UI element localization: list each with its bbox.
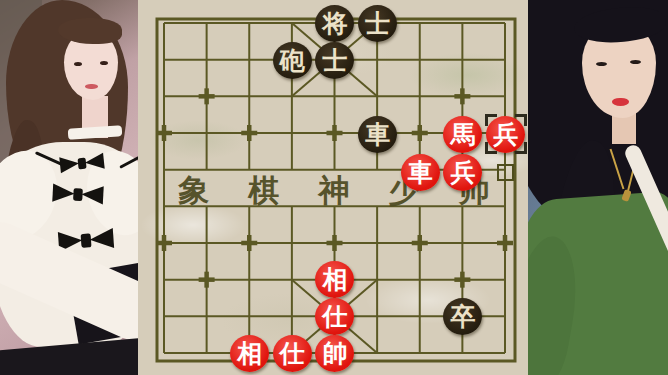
right-girl-eye: [596, 62, 607, 66]
piece[interactable]: 兵: [443, 154, 482, 191]
piece[interactable]: 車: [401, 154, 440, 191]
piece[interactable]: 仕: [273, 335, 312, 372]
piece[interactable]: 士: [315, 42, 354, 79]
left-streamer-photo: [0, 0, 138, 375]
piece[interactable]: 士: [358, 5, 397, 42]
piece[interactable]: 卒: [443, 298, 482, 335]
black-bow: [52, 183, 103, 204]
last-move-origin-marker: [497, 164, 514, 181]
left-girl-lips: [85, 84, 98, 89]
piece[interactable]: 相: [315, 261, 354, 298]
piece[interactable]: 帥: [315, 335, 354, 372]
right-streamer-photo: [528, 0, 668, 375]
right-girl-eye: [630, 60, 641, 64]
left-girl-eye: [100, 61, 108, 65]
piece[interactable]: 車: [358, 116, 397, 153]
video-frame: 象棋神少帅 将士砲士車馬兵車兵相卒仕相仕帥: [0, 0, 668, 375]
piece[interactable]: 砲: [273, 42, 312, 79]
piece-grid: 将士砲士車馬兵車兵相卒仕相仕帥: [143, 5, 527, 372]
piece[interactable]: 仕: [315, 298, 354, 335]
piece[interactable]: 相: [230, 335, 269, 372]
xiangqi-board-area: 象棋神少帅 将士砲士車馬兵車兵相卒仕相仕帥: [138, 0, 528, 375]
piece[interactable]: 兵: [486, 116, 525, 153]
right-girl-lips: [612, 98, 629, 106]
piece[interactable]: 将: [315, 5, 354, 42]
piece[interactable]: 馬: [443, 116, 482, 153]
left-girl-eye: [74, 62, 82, 66]
